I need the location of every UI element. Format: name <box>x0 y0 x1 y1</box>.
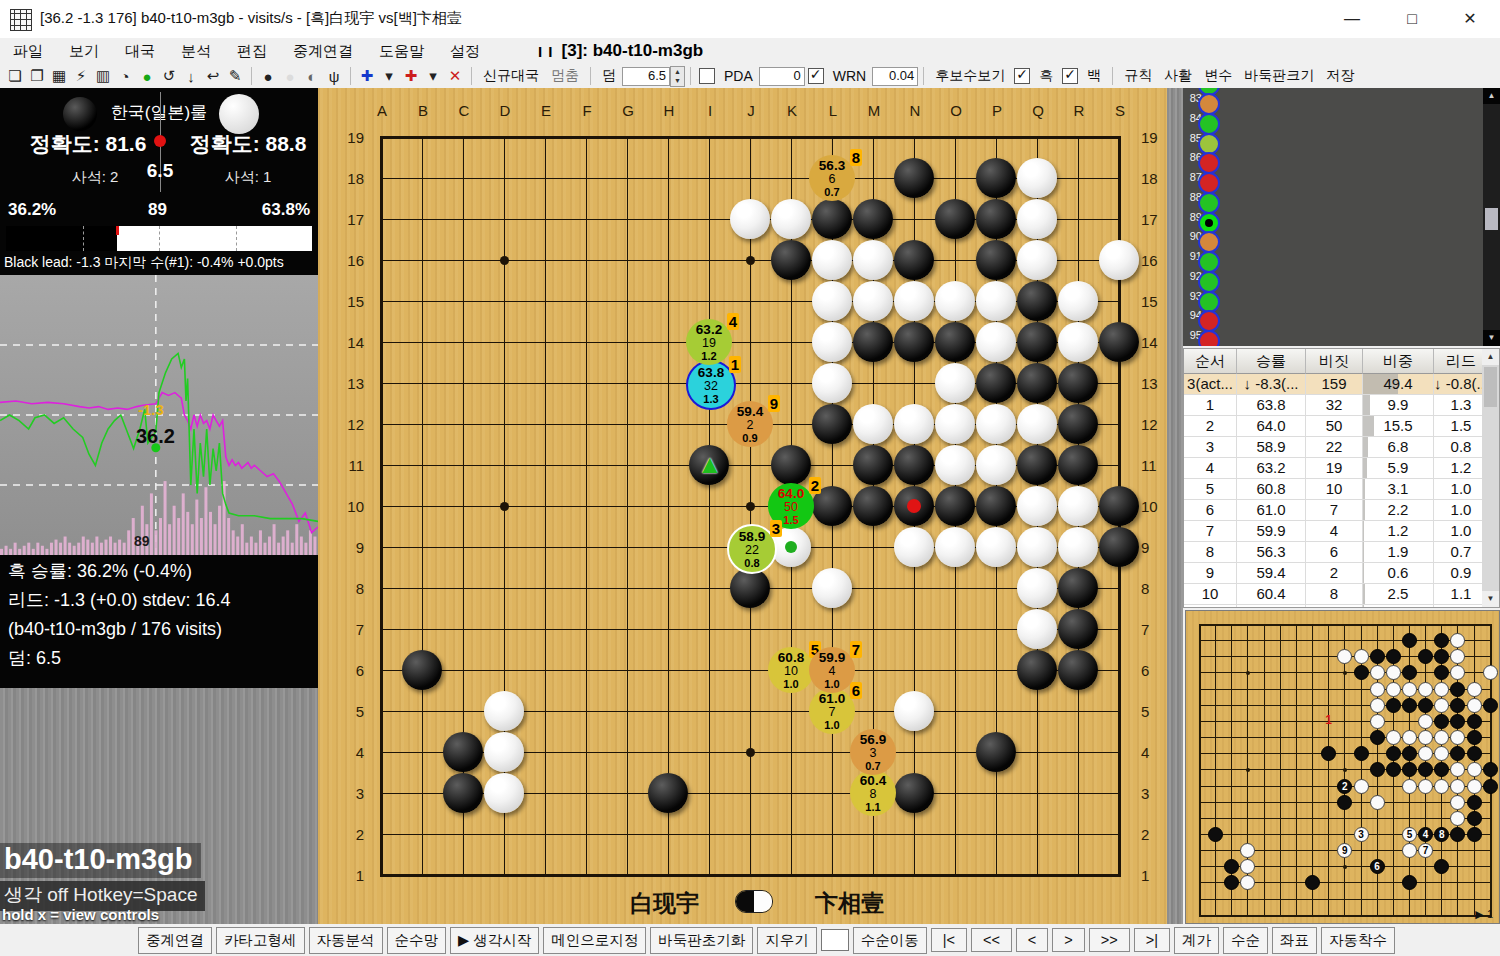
pencil-icon[interactable]: ✎ <box>225 66 245 86</box>
column-header[interactable]: 승률 <box>1237 349 1306 374</box>
save-icon[interactable]: ▦ <box>49 66 69 86</box>
table-cell: 1.9 <box>1363 542 1434 563</box>
white-stone[interactable] <box>771 199 811 239</box>
candidate-rank-badge: 4 <box>727 313 739 330</box>
column-header[interactable]: 비짓 <box>1306 349 1363 374</box>
bottom-button-계가[interactable]: 계가 <box>1174 927 1219 954</box>
undo-icon[interactable]: ↩ <box>203 66 223 86</box>
white-stone[interactable] <box>1017 199 1057 239</box>
tree-scrollbar[interactable]: ▲▼ <box>1483 88 1500 346</box>
white-stone[interactable] <box>1058 281 1098 321</box>
candidate-table[interactable]: 순서승률비짓비중리드3(act...↓ -8.3(...15949.4↓ -0.… <box>1183 348 1500 608</box>
table-cell: 8 <box>1184 542 1237 563</box>
table-cell: 15.5 <box>1363 416 1434 437</box>
mini-stone <box>1224 859 1239 874</box>
dropdown-icon[interactable]: ▾ <box>379 66 399 86</box>
mini-stone <box>1321 746 1336 761</box>
winrate-bar <box>6 226 312 251</box>
star-point <box>1343 768 1347 772</box>
candidate-rank-badge: 1 <box>729 356 741 373</box>
white-stone[interactable] <box>812 363 852 403</box>
white-stone[interactable] <box>894 404 934 444</box>
mini-stone <box>1370 698 1385 713</box>
white-stone[interactable] <box>1017 158 1057 198</box>
table-cell: 5 <box>1184 479 1237 500</box>
white-stone[interactable] <box>1017 486 1057 526</box>
candidate-rank-badge: 2 <box>809 477 821 494</box>
white-captures: 사석: 1 <box>178 168 318 187</box>
white-stone-icon[interactable]: ● <box>280 66 300 86</box>
close-button[interactable]: ✕ <box>1450 7 1490 31</box>
wrn-input[interactable]: 0.04 <box>872 67 918 86</box>
toolbar-separator <box>471 67 472 85</box>
black-stone[interactable] <box>771 240 811 280</box>
lightning-icon[interactable]: ⚡ <box>71 66 91 86</box>
candidate-move-J12[interactable]: 59.420.99 <box>727 401 773 447</box>
winrate-graph[interactable]: -1.336.289 <box>0 275 318 555</box>
komi-input[interactable]: 6.5 <box>622 67 670 86</box>
delete-icon[interactable]: ✕ <box>445 66 465 86</box>
black-winrate-label: 36.2% <box>8 200 56 220</box>
table-cell: 0.9 <box>1434 563 1489 584</box>
toolbar-label[interactable]: 덤 <box>602 67 616 85</box>
toolbar-label[interactable]: 사활 <box>1164 67 1192 85</box>
column-header[interactable]: 리드 <box>1434 349 1489 374</box>
coord-letter: O <box>949 102 963 119</box>
menu-item-보기[interactable]: 보기 <box>56 42 112 59</box>
black-stone[interactable] <box>976 486 1016 526</box>
bottom-button-자동착수[interactable]: 자동착수 <box>1321 927 1395 954</box>
table-row[interactable]: 264.05015.51.5 <box>1184 416 1499 437</box>
graph-winrate-label: 36.2 <box>136 425 175 448</box>
bottom-button-순수망[interactable]: 순수망 <box>387 927 447 954</box>
table-cell: 63.2 <box>1237 458 1306 479</box>
mini-stone <box>1370 795 1385 810</box>
grid-line <box>545 137 546 877</box>
bottom-button-수순이동[interactable]: 수순이동 <box>853 927 927 954</box>
coord-number: 16 <box>342 252 364 269</box>
table-row[interactable]: 358.9226.80.8 <box>1184 437 1499 458</box>
black-stone[interactable] <box>1058 650 1098 690</box>
black-stone[interactable] <box>1099 322 1139 362</box>
candidate-lead: 1.1 <box>865 802 880 813</box>
candidate-visits: 7 <box>829 706 836 719</box>
black-stone[interactable] <box>1017 322 1057 362</box>
black-stone[interactable] <box>853 199 893 239</box>
go-analysis-window: [36.2 -1.3 176] b40-t10-m3gb - visits/s … <box>0 0 1500 956</box>
white-stone[interactable] <box>484 691 524 731</box>
candidate-winrate: 59.4 <box>737 405 763 419</box>
white-stone[interactable] <box>812 322 852 362</box>
white-stone[interactable] <box>894 281 934 321</box>
mini-stone <box>1370 730 1385 745</box>
bottom-button-자동분석[interactable]: 자동분석 <box>309 927 383 954</box>
mini-stone <box>1467 795 1482 810</box>
white-stone[interactable] <box>976 404 1016 444</box>
candidate-move-M3[interactable]: 60.481.1 <box>850 770 896 816</box>
toolbar-label[interactable]: 변수 <box>1204 67 1232 85</box>
table-cell: 0.6 <box>1363 563 1434 584</box>
white-stone[interactable] <box>894 527 934 567</box>
mini-stone <box>1305 875 1320 890</box>
star-point <box>1343 865 1347 869</box>
column-header[interactable]: 비중 <box>1363 349 1434 374</box>
star-point <box>500 256 509 265</box>
black-stone[interactable] <box>1017 363 1057 403</box>
table-cell: 60.4 <box>1237 584 1306 605</box>
go-board[interactable]: ABCDEFGHIJKLMNOPQRS191918181717161615151… <box>318 88 1167 924</box>
weight-bar <box>1363 458 1367 478</box>
scroll-down-icon[interactable]: ▼ <box>1482 591 1499 607</box>
table-cell: 49.4 <box>1363 374 1434 395</box>
table-row[interactable]: 560.8103.11.0 <box>1184 479 1499 500</box>
table-row[interactable]: 3(act...↓ -8.3(...15949.4↓ -0.8(... <box>1184 374 1499 395</box>
spinner-buttons[interactable]: ▲▼ <box>670 66 685 87</box>
table-row[interactable]: 순서승률비짓비중리드 <box>1184 349 1499 374</box>
table-cell: 10 <box>1306 479 1363 500</box>
black-stone[interactable] <box>976 158 1016 198</box>
mini-stone <box>1483 698 1498 713</box>
coord-number: 3 <box>1141 785 1163 802</box>
black-stone[interactable] <box>648 773 688 813</box>
black-stone[interactable] <box>976 732 1016 772</box>
coord-number: 6 <box>1141 662 1163 679</box>
candidate-move-J9[interactable]: 58.9220.83 <box>727 524 777 574</box>
star-point <box>500 502 509 511</box>
white-stone[interactable] <box>730 199 770 239</box>
black-stone[interactable] <box>1058 363 1098 403</box>
rotate-icon[interactable]: ↺ <box>159 66 179 86</box>
column-header[interactable]: 순서 <box>1184 349 1237 374</box>
candidate-move-L5[interactable]: 61.071.06 <box>809 688 855 734</box>
black-stone[interactable] <box>402 650 442 690</box>
scroll-up-icon[interactable]: ▲ <box>1482 349 1499 365</box>
black-stone[interactable] <box>771 445 811 485</box>
hand-tool-icon[interactable]: ψ <box>324 66 344 86</box>
black-stone[interactable] <box>730 568 770 608</box>
coord-letter: N <box>908 102 922 119</box>
star-point <box>1246 671 1250 675</box>
candidate-visits: 3 <box>870 747 877 760</box>
bottom-button-지우기[interactable]: 지우기 <box>757 927 817 954</box>
clock-icon[interactable]: ◔ <box>115 66 135 86</box>
white-stone[interactable] <box>976 322 1016 362</box>
minimize-button[interactable]: — <box>1332 7 1372 31</box>
candidate-visits: 2 <box>747 419 754 432</box>
black-stone[interactable] <box>1058 568 1098 608</box>
toolbar-label[interactable]: 규칙 <box>1124 67 1152 85</box>
bottom-button-좌표[interactable]: 좌표 <box>1272 927 1317 954</box>
pv-stone-7: 7 <box>1418 843 1433 858</box>
table-row[interactable]: 163.8329.91.3 <box>1184 395 1499 416</box>
blue-cross-icon[interactable]: ✚ <box>357 66 377 86</box>
toolbar-label[interactable]: 흑 <box>1039 67 1053 85</box>
table-cell: 11 <box>1184 605 1237 608</box>
black-stone[interactable] <box>853 486 893 526</box>
rule-label: 한국(일본)룰 <box>0 101 318 124</box>
white-stone[interactable] <box>935 527 975 567</box>
white-stone[interactable] <box>935 363 975 403</box>
white-stone[interactable] <box>1058 527 1098 567</box>
black-stone[interactable] <box>1099 486 1139 526</box>
candidate-visits: 10 <box>784 665 798 678</box>
black-stone[interactable] <box>976 363 1016 403</box>
white-stone[interactable] <box>976 527 1016 567</box>
move-tree[interactable]: 83848586878889909192939495▲▼ <box>1183 88 1500 346</box>
scroll-up-icon[interactable]: ▲ <box>1483 88 1500 104</box>
toolbar-label[interactable]: 신규대국 <box>483 67 539 85</box>
weight-bar <box>1363 500 1365 520</box>
wrn-checkbox[interactable] <box>808 68 824 84</box>
table-cell: 58.9 <box>1237 437 1306 458</box>
stats-line: 흑 승률: 36.2% (-0.4%) <box>0 555 318 584</box>
scrollbar-thumb[interactable] <box>1484 367 1497 407</box>
table-row[interactable]: 856.361.90.7 <box>1184 542 1499 563</box>
toolbar-separator <box>350 67 351 85</box>
table-cell: 1.1 <box>1434 584 1489 605</box>
white-stone[interactable] <box>1017 568 1057 608</box>
black-stone[interactable] <box>894 445 934 485</box>
coord-letter: R <box>1072 102 1086 119</box>
toolbar-label[interactable]: 바둑판크기 <box>1244 67 1314 85</box>
candidate-move-I14[interactable]: 63.2191.24 <box>686 319 732 365</box>
mini-stone <box>1402 843 1417 858</box>
pv-stone-5: 5 <box>1402 827 1417 842</box>
toolbar-label[interactable]: 멈춤 <box>551 67 579 85</box>
toolbar-label[interactable]: PDA <box>724 68 753 84</box>
candidate-winrate: 61.0 <box>819 692 845 706</box>
engine-on-icon[interactable]: ● <box>137 66 157 86</box>
last-move-red-dot <box>907 499 921 513</box>
black-stone[interactable] <box>853 322 893 362</box>
white-stone[interactable] <box>812 281 852 321</box>
table-cell: 1.3 <box>1434 395 1489 416</box>
app-icon <box>10 9 32 31</box>
table-row[interactable]: 959.420.60.9 <box>1184 563 1499 584</box>
white-stone[interactable] <box>1017 527 1057 567</box>
black-stone[interactable] <box>1017 650 1057 690</box>
black-stone[interactable] <box>853 445 893 485</box>
candidate-rank-badge: 7 <box>850 641 862 658</box>
mini-stone <box>1386 730 1401 745</box>
coord-letter: F <box>580 102 594 119</box>
mini-stone <box>1450 795 1465 810</box>
toolbar-label[interactable]: 저장 <box>1326 67 1354 85</box>
title-bar: [36.2 -1.3 176] b40-t10-m3gb - visits/s … <box>0 0 1500 39</box>
black-stone-icon[interactable]: ● <box>258 66 278 86</box>
toolbar-label[interactable]: 백 <box>1087 67 1101 85</box>
coord-number: 19 <box>1141 129 1163 146</box>
arrow-down-icon[interactable]: ↓ <box>181 66 201 86</box>
mini-stone <box>1418 698 1433 713</box>
move-number-label: 89 <box>148 200 167 220</box>
bottom-button-중계연결[interactable]: 중계연결 <box>138 927 212 954</box>
move-jump-input[interactable] <box>821 929 849 951</box>
table-row[interactable]: 661.072.21.0 <box>1184 500 1499 521</box>
mini-stone <box>1467 811 1482 826</box>
black-stone[interactable] <box>1058 445 1098 485</box>
grid-line <box>422 137 423 877</box>
black-stone[interactable] <box>443 732 483 772</box>
white-stone[interactable] <box>484 773 524 813</box>
player-info-panel: 한국(일본)룰 정확도: 81.6 정확도: 88.8 6.5 사석: 2 사석… <box>0 88 318 275</box>
grid-line <box>1199 624 1492 626</box>
candidate-move-M4[interactable]: 56.930.7 <box>850 729 896 775</box>
star-point <box>1343 671 1347 675</box>
white-candidates-checkbox[interactable] <box>1062 68 1078 84</box>
table-row[interactable]: 759.941.21.0 <box>1184 521 1499 542</box>
menu-item-설정[interactable]: 설정 <box>437 42 493 59</box>
candidate-move-L6[interactable]: 59.941.07 <box>809 647 855 693</box>
candidate-lead: 0.9 <box>742 433 757 444</box>
black-stone[interactable] <box>935 322 975 362</box>
bottom-button-메인으로지정[interactable]: 메인으로지정 <box>543 927 646 954</box>
bottom-button-▶ 생각시작[interactable]: ▶ 생각시작 <box>450 927 539 954</box>
bottom-button-<[interactable]: < <box>1016 928 1048 952</box>
white-stone[interactable] <box>853 404 893 444</box>
mini-stone <box>1402 746 1417 761</box>
candidate-lead: 1.3 <box>703 394 718 405</box>
white-stone[interactable] <box>1058 322 1098 362</box>
candidate-move-K6[interactable]: 60.8101.05 <box>768 647 814 693</box>
white-stone[interactable] <box>1058 486 1098 526</box>
weight-bar <box>1363 605 1364 608</box>
white-stone[interactable] <box>853 281 893 321</box>
table-cell: 0.8 <box>1434 437 1489 458</box>
white-stone[interactable] <box>976 445 1016 485</box>
black-accuracy: 정확도: 81.6 <box>18 130 158 158</box>
menu-item-편집[interactable]: 편집 <box>224 42 280 59</box>
menu-item-파일[interactable]: 파일 <box>0 42 56 59</box>
candidate-winrate: 60.8 <box>778 651 804 665</box>
menu-item-중계연결[interactable]: 중계연결 <box>280 42 366 59</box>
menu-item-분석[interactable]: 분석 <box>168 42 224 59</box>
bottom-button-카타고형세[interactable]: 카타고형세 <box>216 927 305 954</box>
black-stone[interactable] <box>935 486 975 526</box>
black-stone[interactable] <box>976 199 1016 239</box>
red-cross-icon[interactable]: ✚ <box>401 66 421 86</box>
table-row[interactable]: 1060.482.51.1 <box>1184 584 1499 605</box>
chart-icon[interactable]: ▥ <box>93 66 113 86</box>
menu-item-대국[interactable]: 대국 <box>112 42 168 59</box>
black-stone[interactable] <box>976 240 1016 280</box>
toggle-white-half <box>754 891 772 912</box>
bottom-button-<<[interactable]: << <box>971 928 1012 952</box>
table-scrollbar[interactable]: ▲▼ <box>1482 349 1499 607</box>
star-point <box>746 256 755 265</box>
black-stone[interactable] <box>1099 527 1139 567</box>
white-stone[interactable] <box>935 281 975 321</box>
black-stone[interactable] <box>443 773 483 813</box>
black-stone[interactable] <box>1058 404 1098 444</box>
white-stone[interactable] <box>894 691 934 731</box>
table-cell: 0.7 <box>1434 542 1489 563</box>
coord-number: 5 <box>342 703 364 720</box>
dropdown-icon[interactable]: ▾ <box>423 66 443 86</box>
pda-checkbox[interactable] <box>699 68 715 84</box>
coord-number: 15 <box>342 293 364 310</box>
white-stone[interactable] <box>484 732 524 772</box>
candidate-move-I13[interactable]: 63.8321.31 <box>686 360 736 410</box>
scroll-down-icon[interactable]: ▼ <box>1483 330 1500 346</box>
black-stone[interactable] <box>894 773 934 813</box>
grid-line <box>380 670 1121 671</box>
table-row[interactable]: 1156.930.90.7 <box>1184 605 1499 608</box>
turn-toggle[interactable] <box>735 890 773 913</box>
mini-stone <box>1450 762 1465 777</box>
black-stone[interactable] <box>894 240 934 280</box>
white-stone[interactable] <box>1017 404 1057 444</box>
table-cell: 3.1 <box>1363 479 1434 500</box>
toolbar-label[interactable]: 후보수보기 <box>935 67 1005 85</box>
tree-node-95[interactable] <box>1198 330 1220 346</box>
white-stone[interactable] <box>1017 240 1057 280</box>
white-stone[interactable] <box>935 445 975 485</box>
bottom-button->|[interactable]: >| <box>1134 928 1170 952</box>
table-row[interactable]: 463.2195.91.2 <box>1184 458 1499 479</box>
bottom-button-|<[interactable]: |< <box>931 928 967 952</box>
white-stone[interactable] <box>812 240 852 280</box>
black-stone[interactable] <box>894 158 934 198</box>
scrollbar-thumb[interactable] <box>1485 208 1498 230</box>
variation-preview-board[interactable]: 123456789▶ 1 <box>1185 610 1500 924</box>
mini-stone <box>1370 649 1385 664</box>
black-stone[interactable] <box>812 404 852 444</box>
candidate-lead: 0.7 <box>824 187 839 198</box>
new-board-icon[interactable]: ❏ <box>5 66 25 86</box>
pause-icon[interactable]: I I <box>538 43 554 60</box>
mini-stone <box>1450 698 1465 713</box>
candidate-rank-badge: 6 <box>850 682 862 699</box>
white-stone[interactable] <box>935 404 975 444</box>
mini-stone <box>1418 746 1433 761</box>
bottom-button->[interactable]: > <box>1052 928 1084 952</box>
black-stone[interactable] <box>1017 281 1057 321</box>
table-cell: 64.0 <box>1237 416 1306 437</box>
white-stone[interactable] <box>853 240 893 280</box>
black-candidates-checkbox[interactable] <box>1014 68 1030 84</box>
white-stone[interactable] <box>1017 609 1057 649</box>
coord-letter: L <box>826 102 840 119</box>
black-stone[interactable] <box>894 322 934 362</box>
gray-stone-icon[interactable]: ◐ <box>302 66 322 86</box>
mini-stone <box>1402 682 1417 697</box>
bottom-button-수순[interactable]: 수순 <box>1223 927 1268 954</box>
candidate-winrate: 60.4 <box>860 774 886 788</box>
candidate-visits: 19 <box>702 337 716 350</box>
table-cell: 1 <box>1184 395 1237 416</box>
bottom-button->>[interactable]: >> <box>1089 928 1130 952</box>
white-stone[interactable] <box>976 281 1016 321</box>
bottom-button-바둑판초기화[interactable]: 바둑판초기화 <box>650 927 753 954</box>
white-stone[interactable] <box>812 568 852 608</box>
mini-stone <box>1434 665 1449 680</box>
mini-stone <box>1450 779 1465 794</box>
black-stone[interactable] <box>1058 609 1098 649</box>
black-stone[interactable] <box>1017 445 1057 485</box>
white-stone[interactable] <box>1099 240 1139 280</box>
menu-item-도움말[interactable]: 도움말 <box>366 42 437 59</box>
black-stone[interactable] <box>812 199 852 239</box>
black-stone[interactable] <box>935 199 975 239</box>
coord-letter: M <box>867 102 881 119</box>
toolbar-label[interactable]: WRN <box>833 68 866 84</box>
candidate-move-L18[interactable]: 56.360.78 <box>809 155 855 201</box>
maximize-button[interactable]: □ <box>1392 7 1432 31</box>
pda-input[interactable]: 0 <box>759 67 805 86</box>
open-file-icon[interactable]: ❐ <box>27 66 47 86</box>
mini-stone <box>1434 714 1449 729</box>
